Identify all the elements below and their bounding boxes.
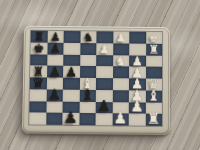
square-b1 xyxy=(145,102,162,114)
square-e3 xyxy=(113,66,130,78)
square-d4 xyxy=(96,78,113,90)
square-c7: ♟ xyxy=(46,89,63,101)
square-c4 xyxy=(96,90,113,102)
square-a5 xyxy=(79,113,96,125)
square-h2 xyxy=(129,32,145,44)
square-a3: ♟ xyxy=(112,114,129,126)
square-a4 xyxy=(96,113,113,125)
square-b8 xyxy=(29,101,46,113)
piece-black-pawn: ♟ xyxy=(48,88,61,102)
square-h8: ♜ xyxy=(31,31,48,43)
square-c8 xyxy=(30,89,47,101)
square-f4 xyxy=(96,55,113,67)
square-e5 xyxy=(80,66,97,78)
piece-white-pawn: ♟ xyxy=(113,111,127,127)
square-f6 xyxy=(63,54,80,66)
square-e6: ♟ xyxy=(63,66,80,78)
square-d3 xyxy=(112,78,129,90)
square-a1: ♜ xyxy=(145,114,162,126)
square-f5 xyxy=(80,54,97,66)
chess-board-squares: ♜♟♞♟♚♚♟♟♜♞♟♜♟♟♟♛♝♟♛♟♝♟♝♟♟♟♟♜ xyxy=(28,30,163,127)
square-d5: ♝ xyxy=(79,78,96,90)
square-e2: ♟ xyxy=(129,67,146,79)
piece-black-bishop: ♝ xyxy=(81,88,94,102)
square-b6 xyxy=(63,101,80,113)
square-b5 xyxy=(79,101,96,113)
piece-black-pawn: ♟ xyxy=(97,99,110,114)
square-c5: ♝ xyxy=(79,90,96,102)
square-f8 xyxy=(30,54,47,66)
square-g6 xyxy=(63,43,80,55)
piece-white-bishop: ♝ xyxy=(147,89,160,103)
chess-board: ♜♟♞♟♚♚♟♟♜♞♟♜♟♟♟♛♝♟♛♟♝♟♝♟♟♟♟♜ xyxy=(22,26,170,135)
square-d1: ♛ xyxy=(145,79,162,91)
square-g2 xyxy=(129,43,145,55)
square-e4 xyxy=(96,66,113,78)
square-f3: ♞ xyxy=(113,55,130,67)
square-a8 xyxy=(29,113,46,125)
square-g4: ♟ xyxy=(96,43,113,55)
square-b7 xyxy=(46,101,63,113)
square-d2: ♟ xyxy=(129,78,146,90)
square-b3 xyxy=(112,102,129,114)
square-f7 xyxy=(47,54,64,66)
square-h5: ♞ xyxy=(80,31,97,43)
square-g1: ♜ xyxy=(146,43,162,55)
square-b2: ♟ xyxy=(129,102,146,114)
piece-black-pawn: ♟ xyxy=(64,110,78,126)
square-d8: ♛ xyxy=(30,77,47,89)
square-d6 xyxy=(63,78,80,90)
square-f2: ♟ xyxy=(129,55,146,67)
square-h6 xyxy=(64,31,81,43)
square-h1: ♚ xyxy=(146,32,162,44)
square-f1 xyxy=(146,55,163,67)
piece-white-rook: ♜ xyxy=(147,111,161,127)
square-a2 xyxy=(129,114,146,126)
square-c2: ♟ xyxy=(129,90,146,102)
square-d7 xyxy=(46,77,63,89)
piece-white-pawn: ♟ xyxy=(131,89,144,103)
square-h7: ♟ xyxy=(47,31,64,43)
square-g7: ♟ xyxy=(47,42,64,54)
square-e7: ♟ xyxy=(47,66,64,78)
square-g8: ♚ xyxy=(30,42,47,54)
square-h4 xyxy=(96,31,113,43)
square-c6 xyxy=(63,89,80,101)
square-a7 xyxy=(46,113,63,125)
piece-white-pawn: ♟ xyxy=(130,100,143,115)
square-g3 xyxy=(113,43,130,55)
square-b4: ♟ xyxy=(96,102,113,114)
square-h3: ♟ xyxy=(113,32,129,44)
square-c3 xyxy=(112,90,129,102)
square-e1 xyxy=(146,67,163,79)
square-c1: ♝ xyxy=(145,90,162,102)
square-g5 xyxy=(80,43,97,55)
square-e8: ♜ xyxy=(30,66,47,78)
square-a6: ♟ xyxy=(62,113,79,125)
